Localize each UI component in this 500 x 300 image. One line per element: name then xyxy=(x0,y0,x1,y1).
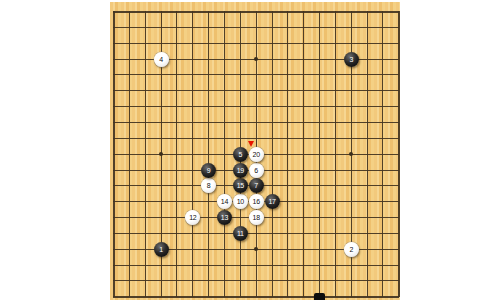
stone-white[interactable]: 16 xyxy=(249,194,264,209)
star-point xyxy=(159,152,163,156)
move-number: 5 xyxy=(233,147,248,162)
move-number: 20 xyxy=(249,147,264,162)
page: 1234567891011121314151617181920 xyxy=(0,0,500,300)
move-number: 10 xyxy=(233,194,248,209)
move-number: 4 xyxy=(154,52,169,67)
bottom-edge-marker xyxy=(314,293,325,300)
grid-line-vertical xyxy=(272,11,273,297)
grid-line-horizontal xyxy=(113,296,399,298)
grid-line-vertical xyxy=(367,11,368,297)
move-number: 19 xyxy=(233,163,248,178)
grid-line-vertical xyxy=(303,11,304,297)
stone-black[interactable]: 5 xyxy=(233,147,248,162)
move-number: 15 xyxy=(233,178,248,193)
move-number: 8 xyxy=(201,178,216,193)
grid-line-vertical xyxy=(382,11,383,297)
stone-white[interactable]: 18 xyxy=(249,210,264,225)
stone-white[interactable]: 20 xyxy=(249,147,264,162)
move-number: 7 xyxy=(249,178,264,193)
stone-white[interactable]: 4 xyxy=(154,52,169,67)
grid-line-vertical xyxy=(335,11,336,297)
move-number: 11 xyxy=(233,226,248,241)
stone-black[interactable]: 9 xyxy=(201,163,216,178)
move-number: 13 xyxy=(217,210,232,225)
stone-white[interactable]: 10 xyxy=(233,194,248,209)
stone-white[interactable]: 14 xyxy=(217,194,232,209)
move-number: 9 xyxy=(201,163,216,178)
grid-line-vertical xyxy=(398,11,400,297)
move-number: 14 xyxy=(217,194,232,209)
grid-line-horizontal xyxy=(113,280,399,281)
move-number: 17 xyxy=(265,194,280,209)
stone-white[interactable]: 8 xyxy=(201,178,216,193)
star-point xyxy=(254,57,258,61)
stone-white[interactable]: 2 xyxy=(344,242,359,257)
stone-black[interactable]: 7 xyxy=(249,178,264,193)
grid-line-vertical xyxy=(287,11,288,297)
stone-black[interactable]: 3 xyxy=(344,52,359,67)
move-number: 2 xyxy=(344,242,359,257)
move-number: 3 xyxy=(344,52,359,67)
stone-black[interactable]: 13 xyxy=(217,210,232,225)
stone-black[interactable]: 1 xyxy=(154,242,169,257)
move-number: 6 xyxy=(249,163,264,178)
star-point xyxy=(254,247,258,251)
last-move-marker-icon xyxy=(248,141,254,147)
move-number: 18 xyxy=(249,210,264,225)
stone-black[interactable]: 17 xyxy=(265,194,280,209)
stone-black[interactable]: 19 xyxy=(233,163,248,178)
stone-white[interactable]: 12 xyxy=(185,210,200,225)
stone-black[interactable]: 15 xyxy=(233,178,248,193)
move-number: 16 xyxy=(249,194,264,209)
go-board[interactable]: 1234567891011121314151617181920 xyxy=(110,2,400,300)
move-number: 1 xyxy=(154,242,169,257)
grid-line-horizontal xyxy=(113,233,399,234)
board-grid: 1234567891011121314151617181920 xyxy=(113,11,400,298)
stone-black[interactable]: 11 xyxy=(233,226,248,241)
stone-white[interactable]: 6 xyxy=(249,163,264,178)
move-number: 12 xyxy=(185,210,200,225)
grid-line-vertical xyxy=(319,11,320,297)
star-point xyxy=(349,152,353,156)
grid-line-horizontal xyxy=(113,265,399,266)
